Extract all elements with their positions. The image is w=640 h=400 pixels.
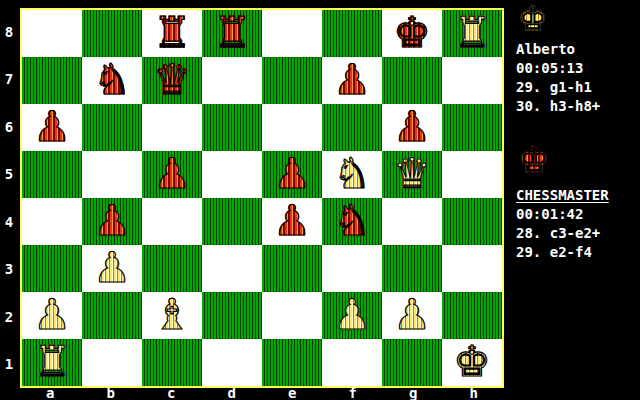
square-c5[interactable]: ♟ bbox=[142, 151, 202, 198]
square-c2[interactable]: ♝ bbox=[142, 292, 202, 339]
piece-red-pawn[interactable]: ♟ bbox=[333, 59, 371, 101]
piece-yellow-rook[interactable]: ♜ bbox=[33, 341, 71, 383]
square-a7[interactable] bbox=[22, 57, 82, 104]
square-e1[interactable] bbox=[262, 339, 322, 386]
square-a8[interactable] bbox=[22, 10, 82, 57]
piece-yellow-queen[interactable]: ♛ bbox=[393, 153, 431, 195]
square-e2[interactable] bbox=[262, 292, 322, 339]
square-f4[interactable]: ♞ bbox=[322, 198, 382, 245]
square-g4[interactable] bbox=[382, 198, 442, 245]
square-d4[interactable] bbox=[202, 198, 262, 245]
square-f5[interactable]: ♞ bbox=[322, 151, 382, 198]
player-black-move-1: 28. c3-e2+ bbox=[516, 224, 609, 243]
piece-red-knight[interactable]: ♞ bbox=[333, 200, 371, 242]
piece-red-pawn[interactable]: ♟ bbox=[393, 106, 431, 148]
file-label-c: c bbox=[141, 387, 202, 400]
player-white-move-2: 30. h3-h8+ bbox=[516, 97, 600, 116]
piece-yellow-pawn[interactable]: ♟ bbox=[333, 294, 371, 336]
square-f6[interactable] bbox=[322, 104, 382, 151]
square-b1[interactable] bbox=[82, 339, 142, 386]
square-h6[interactable] bbox=[442, 104, 502, 151]
square-c7[interactable]: ♛ bbox=[142, 57, 202, 104]
player-black-clock: 00:01:42 bbox=[516, 205, 609, 224]
square-b8[interactable] bbox=[82, 10, 142, 57]
square-h3[interactable] bbox=[442, 245, 502, 292]
square-g7[interactable] bbox=[382, 57, 442, 104]
rank-label-3: 3 bbox=[0, 246, 18, 294]
square-e8[interactable] bbox=[262, 10, 322, 57]
square-a6[interactable]: ♟ bbox=[22, 104, 82, 151]
square-b2[interactable] bbox=[82, 292, 142, 339]
square-f7[interactable]: ♟ bbox=[322, 57, 382, 104]
square-d7[interactable] bbox=[202, 57, 262, 104]
square-d3[interactable] bbox=[202, 245, 262, 292]
square-c1[interactable] bbox=[142, 339, 202, 386]
square-g3[interactable] bbox=[382, 245, 442, 292]
file-label-d: d bbox=[202, 387, 263, 400]
sidebar: ♚ Alberto 00:05:13 29. g1-h1 30. h3-h8+ … bbox=[516, 0, 638, 400]
square-h8[interactable]: ♜ bbox=[442, 10, 502, 57]
square-c6[interactable] bbox=[142, 104, 202, 151]
piece-red-rook[interactable]: ♜ bbox=[213, 12, 251, 54]
square-b7[interactable]: ♞ bbox=[82, 57, 142, 104]
square-d8[interactable]: ♜ bbox=[202, 10, 262, 57]
player-black-move-2: 29. e2-f4 bbox=[516, 243, 609, 262]
square-e3[interactable] bbox=[262, 245, 322, 292]
piece-red-pawn[interactable]: ♟ bbox=[273, 200, 311, 242]
rank-labels: 87654321 bbox=[0, 8, 18, 388]
piece-yellow-pawn[interactable]: ♟ bbox=[93, 247, 131, 289]
piece-yellow-bishop[interactable]: ♝ bbox=[153, 294, 191, 336]
rank-label-8: 8 bbox=[0, 8, 18, 56]
square-h2[interactable] bbox=[442, 292, 502, 339]
file-labels: abcdefgh bbox=[20, 387, 504, 400]
piece-red-king[interactable]: ♚ bbox=[393, 12, 431, 54]
rank-label-6: 6 bbox=[0, 103, 18, 151]
square-h7[interactable] bbox=[442, 57, 502, 104]
chess-board: ♜♜♚♜♞♛♟♟♟♟♟♞♛♟♟♞♟♟♝♟♟♜♚ bbox=[20, 8, 504, 388]
square-b4[interactable]: ♟ bbox=[82, 198, 142, 245]
piece-yellow-pawn[interactable]: ♟ bbox=[393, 294, 431, 336]
square-d5[interactable] bbox=[202, 151, 262, 198]
square-d1[interactable] bbox=[202, 339, 262, 386]
player-white-clock: 00:05:13 bbox=[516, 59, 600, 78]
square-g2[interactable]: ♟ bbox=[382, 292, 442, 339]
piece-red-queen[interactable]: ♛ bbox=[153, 59, 191, 101]
player-white-move-1: 29. g1-h1 bbox=[516, 78, 600, 97]
chessmaster-screen: 87654321 ♜♜♚♜♞♛♟♟♟♟♟♞♛♟♟♞♟♟♝♟♟♜♚ abcdefg… bbox=[0, 0, 640, 400]
square-c4[interactable] bbox=[142, 198, 202, 245]
square-a1[interactable]: ♜ bbox=[22, 339, 82, 386]
rank-label-1: 1 bbox=[0, 341, 18, 389]
square-c3[interactable] bbox=[142, 245, 202, 292]
player-white-name: Alberto bbox=[516, 40, 600, 59]
piece-red-knight[interactable]: ♞ bbox=[93, 59, 131, 101]
board-grid: ♜♜♚♜♞♛♟♟♟♟♟♞♛♟♟♞♟♟♝♟♟♜♚ bbox=[22, 10, 502, 386]
piece-red-rook[interactable]: ♜ bbox=[153, 12, 191, 54]
square-f3[interactable] bbox=[322, 245, 382, 292]
square-b5[interactable] bbox=[82, 151, 142, 198]
square-f8[interactable] bbox=[322, 10, 382, 57]
square-a5[interactable] bbox=[22, 151, 82, 198]
square-e5[interactable]: ♟ bbox=[262, 151, 322, 198]
rank-label-2: 2 bbox=[0, 293, 18, 341]
square-c8[interactable]: ♜ bbox=[142, 10, 202, 57]
file-label-b: b bbox=[81, 387, 142, 400]
square-a3[interactable] bbox=[22, 245, 82, 292]
rank-label-4: 4 bbox=[0, 198, 18, 246]
rank-label-7: 7 bbox=[0, 56, 18, 104]
square-g8[interactable]: ♚ bbox=[382, 10, 442, 57]
file-label-a: a bbox=[20, 387, 81, 400]
piece-red-pawn[interactable]: ♟ bbox=[153, 153, 191, 195]
square-f2[interactable]: ♟ bbox=[322, 292, 382, 339]
square-h1[interactable]: ♚ bbox=[442, 339, 502, 386]
square-e7[interactable] bbox=[262, 57, 322, 104]
square-g6[interactable]: ♟ bbox=[382, 104, 442, 151]
black-king-icon: ♚ bbox=[518, 142, 609, 186]
square-b6[interactable] bbox=[82, 104, 142, 151]
square-e4[interactable]: ♟ bbox=[262, 198, 322, 245]
piece-yellow-rook[interactable]: ♜ bbox=[453, 12, 491, 54]
player-black-panel: ♚ CHESSMASTER 00:01:42 28. c3-e2+ 29. e2… bbox=[516, 142, 609, 262]
file-label-h: h bbox=[444, 387, 505, 400]
piece-red-pawn[interactable]: ♟ bbox=[93, 200, 131, 242]
white-king-icon: ♚ bbox=[518, 2, 600, 40]
square-h4[interactable] bbox=[442, 198, 502, 245]
piece-yellow-knight[interactable]: ♞ bbox=[333, 153, 371, 195]
square-a4[interactable] bbox=[22, 198, 82, 245]
player-white-panel: ♚ Alberto 00:05:13 29. g1-h1 30. h3-h8+ bbox=[516, 2, 600, 116]
square-a2[interactable]: ♟ bbox=[22, 292, 82, 339]
piece-red-pawn[interactable]: ♟ bbox=[273, 153, 311, 195]
piece-red-pawn[interactable]: ♟ bbox=[33, 106, 71, 148]
square-h5[interactable] bbox=[442, 151, 502, 198]
player-black-name: CHESSMASTER bbox=[516, 186, 609, 205]
piece-yellow-king[interactable]: ♚ bbox=[453, 341, 491, 383]
square-f1[interactable] bbox=[322, 339, 382, 386]
piece-yellow-pawn[interactable]: ♟ bbox=[33, 294, 71, 336]
square-g5[interactable]: ♛ bbox=[382, 151, 442, 198]
square-e6[interactable] bbox=[262, 104, 322, 151]
file-label-e: e bbox=[262, 387, 323, 400]
square-b3[interactable]: ♟ bbox=[82, 245, 142, 292]
rank-label-5: 5 bbox=[0, 151, 18, 199]
file-label-f: f bbox=[323, 387, 384, 400]
square-d6[interactable] bbox=[202, 104, 262, 151]
file-label-g: g bbox=[383, 387, 444, 400]
square-g1[interactable] bbox=[382, 339, 442, 386]
square-d2[interactable] bbox=[202, 292, 262, 339]
